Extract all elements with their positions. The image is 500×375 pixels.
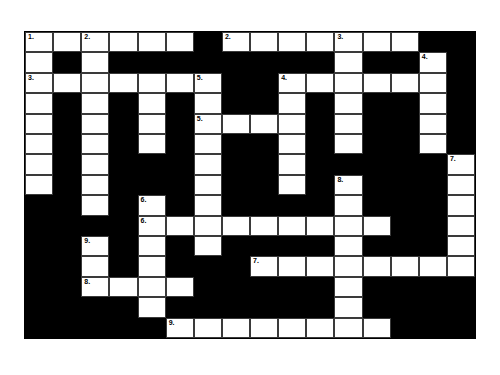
- answer-cell-r10c6[interactable]: [166, 216, 194, 236]
- block-cell-r13c7: [194, 277, 222, 297]
- block-cell-r14c8: [222, 297, 250, 317]
- answer-cell-r12c15[interactable]: [419, 256, 447, 276]
- block-cell-r2c14: [391, 52, 419, 72]
- answer-cell-r3c5[interactable]: [138, 73, 166, 93]
- block-cell-r6c2: [53, 134, 81, 154]
- block-cell-r1c15: [419, 32, 447, 52]
- answer-cell-r1c10[interactable]: [278, 32, 306, 52]
- block-cell-r14c16: [447, 297, 475, 317]
- answer-cell-r12c9[interactable]: 7.: [250, 256, 278, 276]
- block-cell-r3c16: [447, 73, 475, 93]
- answer-cell-r10c13[interactable]: [363, 216, 391, 236]
- block-cell-r14c9: [250, 297, 278, 317]
- block-cell-r8c8: [222, 175, 250, 195]
- block-cell-r4c9: [250, 93, 278, 113]
- clue-number: 8.: [337, 176, 343, 184]
- answer-cell-r4c10[interactable]: [278, 93, 306, 113]
- answer-cell-r5c1[interactable]: [25, 114, 53, 134]
- answer-cell-r10c8[interactable]: [222, 216, 250, 236]
- block-cell-r7c9: [250, 154, 278, 174]
- block-cell-r6c11: [306, 134, 334, 154]
- answer-cell-r9c7[interactable]: [194, 195, 222, 215]
- answer-cell-r9c16[interactable]: [447, 195, 475, 215]
- block-cell-r11c8: [222, 236, 250, 256]
- block-cell-r14c13: [363, 297, 391, 317]
- answer-cell-r7c1[interactable]: [25, 154, 53, 174]
- block-cell-r7c5: [138, 154, 166, 174]
- answer-cell-r3c14[interactable]: [391, 73, 419, 93]
- block-cell-r15c5: [138, 318, 166, 338]
- block-cell-r2c8: [222, 52, 250, 72]
- answer-cell-r1c14[interactable]: [391, 32, 419, 52]
- block-cell-r10c3: [81, 216, 109, 236]
- answer-cell-r8c16[interactable]: [447, 175, 475, 195]
- answer-cell-r15c6[interactable]: 9.: [166, 318, 194, 338]
- answer-cell-r3c13[interactable]: [363, 73, 391, 93]
- answer-cell-r3c4[interactable]: [109, 73, 137, 93]
- block-cell-r14c1: [25, 297, 53, 317]
- crossword-board: 1.2.2.3.4.3.5.4.5.7.8.6.6.9.7.8.9.: [24, 31, 476, 339]
- clue-number: 8.: [84, 278, 90, 286]
- answer-cell-r7c10[interactable]: [278, 154, 306, 174]
- answer-cell-r14c5[interactable]: [138, 297, 166, 317]
- block-cell-r10c2: [53, 216, 81, 236]
- block-cell-r8c11: [306, 175, 334, 195]
- answer-cell-r6c10[interactable]: [278, 134, 306, 154]
- answer-cell-r10c9[interactable]: [250, 216, 278, 236]
- answer-cell-r8c7[interactable]: [194, 175, 222, 195]
- block-cell-r8c5: [138, 175, 166, 195]
- clue-number: 3.: [337, 33, 343, 41]
- block-cell-r8c4: [109, 175, 137, 195]
- block-cell-r8c13: [363, 175, 391, 195]
- block-cell-r11c4: [109, 236, 137, 256]
- answer-cell-r11c16[interactable]: [447, 236, 475, 256]
- answer-cell-r7c3[interactable]: [81, 154, 109, 174]
- answer-cell-r8c10[interactable]: [278, 175, 306, 195]
- block-cell-r13c9: [250, 277, 278, 297]
- block-cell-r6c9: [250, 134, 278, 154]
- answer-cell-r6c15[interactable]: [419, 134, 447, 154]
- answer-cell-r13c12[interactable]: [334, 277, 362, 297]
- block-cell-r2c10: [278, 52, 306, 72]
- answer-cell-r12c13[interactable]: [363, 256, 391, 276]
- answer-cell-r1c8[interactable]: 2.: [222, 32, 250, 52]
- block-cell-r2c4: [109, 52, 137, 72]
- block-cell-r15c15: [419, 318, 447, 338]
- block-cell-r6c13: [363, 134, 391, 154]
- answer-cell-r1c13[interactable]: [363, 32, 391, 52]
- answer-cell-r7c7[interactable]: [194, 154, 222, 174]
- block-cell-r4c13: [363, 93, 391, 113]
- block-cell-r7c11: [306, 154, 334, 174]
- block-cell-r12c8: [222, 256, 250, 276]
- answer-cell-r4c12[interactable]: [334, 93, 362, 113]
- block-cell-r15c14: [391, 318, 419, 338]
- answer-cell-r1c5[interactable]: [138, 32, 166, 52]
- answer-cell-r5c8[interactable]: [222, 114, 250, 134]
- answer-cell-r1c1[interactable]: 1.: [25, 32, 53, 52]
- answer-cell-r15c8[interactable]: [222, 318, 250, 338]
- answer-cell-r15c12[interactable]: [334, 318, 362, 338]
- block-cell-r8c15: [419, 175, 447, 195]
- answer-cell-r10c16[interactable]: [447, 216, 475, 236]
- block-cell-r7c6: [166, 154, 194, 174]
- clue-number: 4.: [422, 53, 428, 61]
- answer-cell-r5c7[interactable]: 5.: [194, 114, 222, 134]
- block-cell-r2c13: [363, 52, 391, 72]
- block-cell-r5c6: [166, 114, 194, 134]
- answer-cell-r2c12[interactable]: [334, 52, 362, 72]
- clue-number: 9.: [169, 319, 175, 327]
- answer-cell-r3c3[interactable]: [81, 73, 109, 93]
- block-cell-r12c7: [194, 256, 222, 276]
- block-cell-r11c2: [53, 236, 81, 256]
- block-cell-r14c2: [53, 297, 81, 317]
- block-cell-r10c14: [391, 216, 419, 236]
- block-cell-r11c13: [363, 236, 391, 256]
- answer-cell-r3c15[interactable]: [419, 73, 447, 93]
- answer-cell-r3c7[interactable]: 5.: [194, 73, 222, 93]
- answer-cell-r1c3[interactable]: 2.: [81, 32, 109, 52]
- block-cell-r2c7: [194, 52, 222, 72]
- block-cell-r9c10: [278, 195, 306, 215]
- block-cell-r2c11: [306, 52, 334, 72]
- block-cell-r15c2: [53, 318, 81, 338]
- answer-cell-r9c3[interactable]: [81, 195, 109, 215]
- clue-number: 6.: [141, 217, 147, 225]
- block-cell-r11c15: [419, 236, 447, 256]
- block-cell-r9c13: [363, 195, 391, 215]
- block-cell-r13c15: [419, 277, 447, 297]
- answer-cell-r3c12[interactable]: [334, 73, 362, 93]
- clue-number: 5.: [197, 115, 203, 123]
- answer-cell-r9c12[interactable]: [334, 195, 362, 215]
- answer-cell-r11c7[interactable]: [194, 236, 222, 256]
- block-cell-r3c8: [222, 73, 250, 93]
- block-cell-r6c14: [391, 134, 419, 154]
- block-cell-r6c4: [109, 134, 137, 154]
- block-cell-r6c16: [447, 134, 475, 154]
- answer-cell-r1c4[interactable]: [109, 32, 137, 52]
- answer-cell-r15c11[interactable]: [306, 318, 334, 338]
- block-cell-r10c4: [109, 216, 137, 236]
- answer-cell-r15c7[interactable]: [194, 318, 222, 338]
- answer-cell-r13c6[interactable]: [166, 277, 194, 297]
- answer-cell-r11c12[interactable]: [334, 236, 362, 256]
- clue-number: 7.: [450, 155, 456, 163]
- block-cell-r5c11: [306, 114, 334, 134]
- answer-cell-r2c1[interactable]: [25, 52, 53, 72]
- answer-cell-r5c12[interactable]: [334, 114, 362, 134]
- answer-cell-r10c5[interactable]: 6.: [138, 216, 166, 236]
- answer-cell-r11c5[interactable]: [138, 236, 166, 256]
- clue-number: 6.: [141, 196, 147, 204]
- answer-cell-r6c3[interactable]: [81, 134, 109, 154]
- answer-cell-r6c5[interactable]: [138, 134, 166, 154]
- block-cell-r4c8: [222, 93, 250, 113]
- answer-cell-r14c12[interactable]: [334, 297, 362, 317]
- clue-number: 4.: [281, 74, 287, 82]
- block-cell-r7c13: [363, 154, 391, 174]
- answer-cell-r10c7[interactable]: [194, 216, 222, 236]
- answer-cell-r12c3[interactable]: [81, 256, 109, 276]
- answer-cell-r3c2[interactable]: [53, 73, 81, 93]
- answer-cell-r5c15[interactable]: [419, 114, 447, 134]
- block-cell-r12c6: [166, 256, 194, 276]
- block-cell-r9c11: [306, 195, 334, 215]
- answer-cell-r1c11[interactable]: [306, 32, 334, 52]
- block-cell-r12c4: [109, 256, 137, 276]
- answer-cell-r3c10[interactable]: 4.: [278, 73, 306, 93]
- block-cell-r5c2: [53, 114, 81, 134]
- block-cell-r4c4: [109, 93, 137, 113]
- answer-cell-r1c9[interactable]: [250, 32, 278, 52]
- answer-cell-r2c15[interactable]: 4.: [419, 52, 447, 72]
- answer-cell-r12c14[interactable]: [391, 256, 419, 276]
- answer-cell-r1c6[interactable]: [166, 32, 194, 52]
- answer-cell-r12c16[interactable]: [447, 256, 475, 276]
- block-cell-r10c15: [419, 216, 447, 236]
- answer-cell-r13c5[interactable]: [138, 277, 166, 297]
- block-cell-r9c9: [250, 195, 278, 215]
- block-cell-r9c6: [166, 195, 194, 215]
- block-cell-r5c14: [391, 114, 419, 134]
- block-cell-r13c14: [391, 277, 419, 297]
- block-cell-r14c6: [166, 297, 194, 317]
- clue-number: 1.: [28, 33, 34, 41]
- answer-cell-r6c1[interactable]: [25, 134, 53, 154]
- block-cell-r13c10: [278, 277, 306, 297]
- block-cell-r14c10: [278, 297, 306, 317]
- block-cell-r14c4: [109, 297, 137, 317]
- block-cell-r11c10: [278, 236, 306, 256]
- block-cell-r14c3: [81, 297, 109, 317]
- answer-cell-r12c11[interactable]: [306, 256, 334, 276]
- clue-number: 7.: [253, 257, 259, 265]
- block-cell-r7c14: [391, 154, 419, 174]
- answer-cell-r1c12[interactable]: 3.: [334, 32, 362, 52]
- block-cell-r8c9: [250, 175, 278, 195]
- clue-number: 5.: [197, 74, 203, 82]
- answer-cell-r7c16[interactable]: 7.: [447, 154, 475, 174]
- block-cell-r15c4: [109, 318, 137, 338]
- answer-cell-r3c6[interactable]: [166, 73, 194, 93]
- block-cell-r14c14: [391, 297, 419, 317]
- block-cell-r2c6: [166, 52, 194, 72]
- answer-cell-r13c4[interactable]: [109, 277, 137, 297]
- block-cell-r7c15: [419, 154, 447, 174]
- block-cell-r14c11: [306, 297, 334, 317]
- block-cell-r11c1: [25, 236, 53, 256]
- block-cell-r7c12: [334, 154, 362, 174]
- answer-cell-r5c3[interactable]: [81, 114, 109, 134]
- block-cell-r11c14: [391, 236, 419, 256]
- block-cell-r8c2: [53, 175, 81, 195]
- clue-number: 2.: [84, 33, 90, 41]
- block-cell-r4c14: [391, 93, 419, 113]
- answer-cell-r9c5[interactable]: 6.: [138, 195, 166, 215]
- crossword-worksheet-page: 1.2.2.3.4.3.5.4.5.7.8.6.6.9.7.8.9.: [0, 0, 500, 375]
- answer-cell-r3c1[interactable]: 3.: [25, 73, 53, 93]
- block-cell-r7c8: [222, 154, 250, 174]
- block-cell-r11c11: [306, 236, 334, 256]
- block-cell-r2c16: [447, 52, 475, 72]
- answer-cell-r8c12[interactable]: 8.: [334, 175, 362, 195]
- block-cell-r8c14: [391, 175, 419, 195]
- answer-cell-r3c11[interactable]: [306, 73, 334, 93]
- answer-cell-r10c10[interactable]: [278, 216, 306, 236]
- block-cell-r6c8: [222, 134, 250, 154]
- block-cell-r1c7: [194, 32, 222, 52]
- block-cell-r2c9: [250, 52, 278, 72]
- block-cell-r15c1: [25, 318, 53, 338]
- block-cell-r3c9: [250, 73, 278, 93]
- answer-cell-r15c13[interactable]: [363, 318, 391, 338]
- block-cell-r1c16: [447, 32, 475, 52]
- clue-number: 9.: [84, 237, 90, 245]
- block-cell-r13c16: [447, 277, 475, 297]
- answer-cell-r8c1[interactable]: [25, 175, 53, 195]
- answer-cell-r5c5[interactable]: [138, 114, 166, 134]
- block-cell-r14c15: [419, 297, 447, 317]
- answer-cell-r12c5[interactable]: [138, 256, 166, 276]
- answer-cell-r11c3[interactable]: 9.: [81, 236, 109, 256]
- block-cell-r2c2: [53, 52, 81, 72]
- clue-number: 3.: [28, 74, 34, 82]
- block-cell-r5c4: [109, 114, 137, 134]
- answer-cell-r12c10[interactable]: [278, 256, 306, 276]
- answer-cell-r12c12[interactable]: [334, 256, 362, 276]
- block-cell-r4c11: [306, 93, 334, 113]
- answer-cell-r10c12[interactable]: [334, 216, 362, 236]
- answer-cell-r15c9[interactable]: [250, 318, 278, 338]
- block-cell-r13c2: [53, 277, 81, 297]
- block-cell-r5c13: [363, 114, 391, 134]
- block-cell-r13c11: [306, 277, 334, 297]
- answer-cell-r10c11[interactable]: [306, 216, 334, 236]
- block-cell-r13c13: [363, 277, 391, 297]
- answer-cell-r4c15[interactable]: [419, 93, 447, 113]
- block-cell-r7c4: [109, 154, 137, 174]
- block-cell-r12c1: [25, 256, 53, 276]
- answer-cell-r8c3[interactable]: [81, 175, 109, 195]
- block-cell-r13c1: [25, 277, 53, 297]
- block-cell-r9c8: [222, 195, 250, 215]
- block-cell-r6c6: [166, 134, 194, 154]
- block-cell-r7c2: [53, 154, 81, 174]
- answer-cell-r13c3[interactable]: 8.: [81, 277, 109, 297]
- answer-cell-r4c7[interactable]: [194, 93, 222, 113]
- block-cell-r9c15: [419, 195, 447, 215]
- block-cell-r9c2: [53, 195, 81, 215]
- block-cell-r15c3: [81, 318, 109, 338]
- answer-cell-r1c2[interactable]: [53, 32, 81, 52]
- clue-number: 2.: [225, 33, 231, 41]
- block-cell-r15c16: [447, 318, 475, 338]
- block-cell-r2c5: [138, 52, 166, 72]
- block-cell-r4c2: [53, 93, 81, 113]
- answer-cell-r5c10[interactable]: [278, 114, 306, 134]
- answer-cell-r4c5[interactable]: [138, 93, 166, 113]
- block-cell-r13c8: [222, 277, 250, 297]
- block-cell-r8c6: [166, 175, 194, 195]
- answer-cell-r2c3[interactable]: [81, 52, 109, 72]
- answer-cell-r4c1[interactable]: [25, 93, 53, 113]
- block-cell-r5c16: [447, 114, 475, 134]
- block-cell-r14c7: [194, 297, 222, 317]
- block-cell-r12c2: [53, 256, 81, 276]
- block-cell-r9c1: [25, 195, 53, 215]
- answer-cell-r6c12[interactable]: [334, 134, 362, 154]
- block-cell-r4c16: [447, 93, 475, 113]
- answer-cell-r5c9[interactable]: [250, 114, 278, 134]
- answer-cell-r15c10[interactable]: [278, 318, 306, 338]
- block-cell-r10c1: [25, 216, 53, 236]
- block-cell-r9c14: [391, 195, 419, 215]
- answer-cell-r4c3[interactable]: [81, 93, 109, 113]
- block-cell-r11c6: [166, 236, 194, 256]
- block-cell-r4c6: [166, 93, 194, 113]
- block-cell-r11c9: [250, 236, 278, 256]
- answer-cell-r6c7[interactable]: [194, 134, 222, 154]
- block-cell-r9c4: [109, 195, 137, 215]
